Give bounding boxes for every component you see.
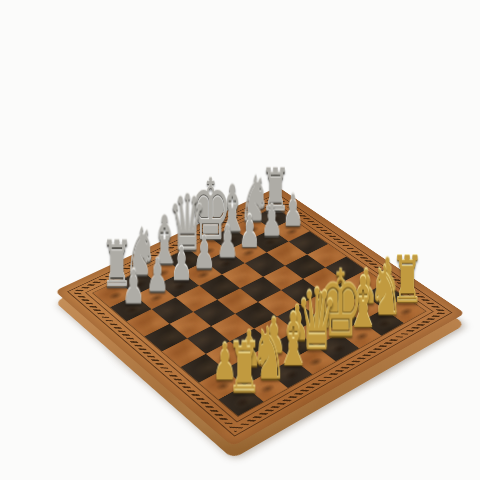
chessboard: ♜♞♝♛♚♝♞♜♟♟♟♟♟♟♟♟♟♟♟♟♟♟♟♟♜♞♝♛♚♝♞♜	[55, 187, 466, 447]
product-photo: ♜♞♝♛♚♝♞♜♟♟♟♟♟♟♟♟♟♟♟♟♟♟♟♟♜♞♝♛♚♝♞♜	[0, 0, 480, 480]
board-grid: ♜♞♝♛♚♝♞♜♟♟♟♟♟♟♟♟♟♟♟♟♟♟♟♟♜♞♝♛♚♝♞♜	[93, 207, 425, 416]
scene: ♜♞♝♛♚♝♞♜♟♟♟♟♟♟♟♟♟♟♟♟♟♟♟♟♜♞♝♛♚♝♞♜	[0, 0, 480, 480]
piece-glyph: ♟	[101, 264, 165, 311]
piece-glyph: ♜	[209, 334, 279, 403]
